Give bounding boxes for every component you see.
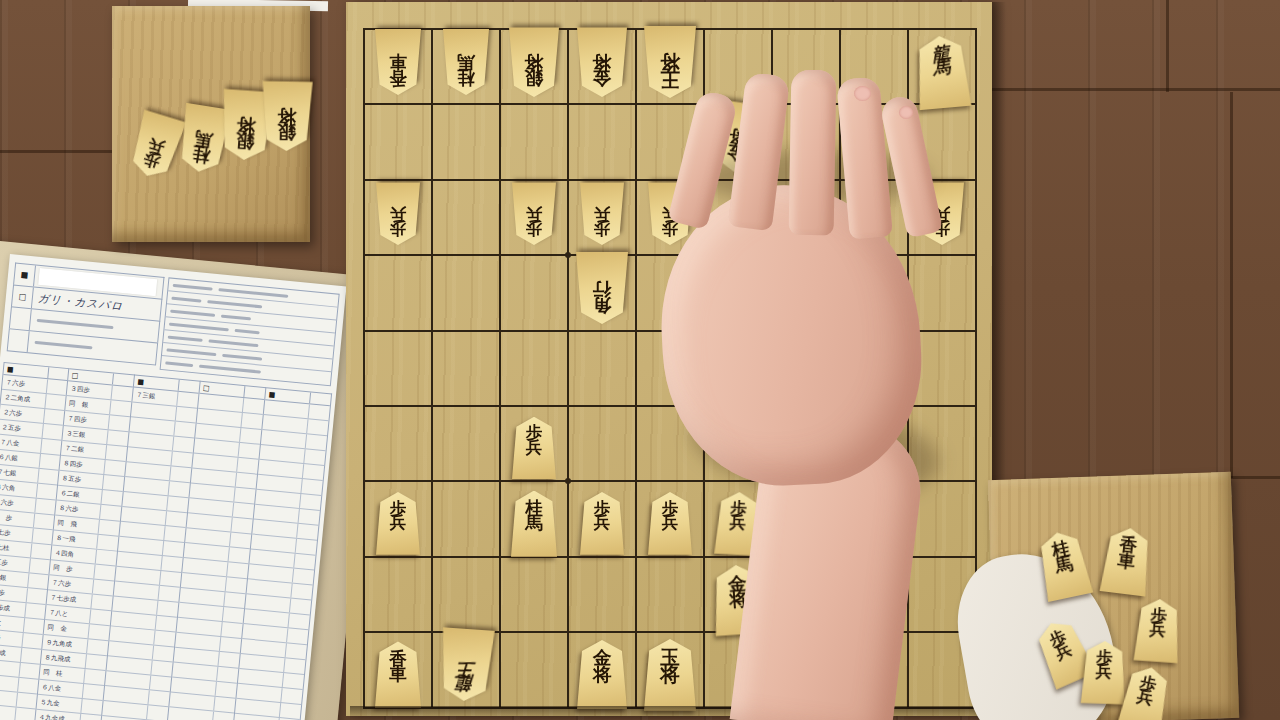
scene: { "game": "shogi", "scene_description": … bbox=[0, 0, 1280, 720]
stand-piece-gote: 歩兵 bbox=[126, 118, 184, 183]
stand-piece-sente: 歩兵 bbox=[1119, 663, 1173, 720]
stand-piece-gote: 銀将 bbox=[261, 91, 312, 152]
stand-piece-sente: 歩兵 bbox=[1081, 640, 1127, 696]
stand-pieces-layer: 歩兵桂馬銀将銀将桂馬香車歩兵歩兵歩兵歩兵 bbox=[0, 0, 1280, 720]
stand-piece-sente: 香車 bbox=[1101, 525, 1154, 587]
stand-piece-sente: 桂馬 bbox=[1035, 527, 1092, 592]
stand-piece-sente: 歩兵 bbox=[1134, 598, 1182, 655]
